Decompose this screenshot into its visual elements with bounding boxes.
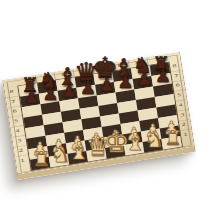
square-c1: ♝ [68, 151, 88, 164]
square-f1: ♝ [124, 142, 144, 155]
square-h1: ♜ [161, 136, 181, 149]
board-frame: АБВГДЕЖЗ АБВГДЕЖЗ 87654321 87654321 ♜♞♝♛… [2, 52, 196, 180]
square-g1: ♞ [143, 139, 163, 152]
square-b1: ♞ [49, 154, 69, 167]
chess-board: АБВГДЕЖЗ АБВГДЕЖЗ 87654321 87654321 ♜♞♝♛… [2, 52, 196, 180]
square-a1: ♜ [30, 157, 50, 170]
square-d1: ♛ [86, 148, 106, 161]
square-e1: ♚ [105, 145, 125, 158]
product-photo: АБВГДЕЖЗ АБВГДЕЖЗ 87654321 87654321 ♜♞♝♛… [0, 0, 210, 210]
